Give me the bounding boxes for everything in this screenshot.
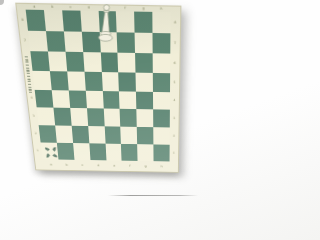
square-h3[interactable] [153,110,170,128]
square-d2[interactable] [88,126,105,143]
coordinate-label: g [134,7,152,11]
square-g6[interactable] [135,53,153,73]
coordinate-label: d [90,164,106,167]
square-h1[interactable] [154,145,170,162]
coordinate-label: e [106,164,122,167]
coordinate-label: c [62,6,80,10]
square-b2[interactable] [55,126,73,143]
coordinate-label: f [122,165,138,168]
square-f4[interactable] [119,91,136,110]
square-c4[interactable] [68,90,86,109]
coordinate-label: 1 [170,145,179,162]
photo-corner-artifact [0,0,4,5]
square-b6[interactable] [48,51,67,71]
square-d5[interactable] [84,71,102,90]
square-a8[interactable] [26,10,46,31]
surface-shadow-line [108,195,198,196]
coordinate-label: 3 [170,110,179,128]
coordinate-label: a [25,5,44,9]
coordinate-label: g [138,165,154,168]
square-d3[interactable] [87,109,105,127]
square-b4[interactable] [52,90,70,109]
square-b1[interactable] [57,143,75,160]
square-b7[interactable] [46,31,65,52]
coordinate-label: f [116,7,134,11]
square-e3[interactable] [103,109,120,127]
square-h6[interactable] [153,53,170,73]
square-e2[interactable] [104,127,121,144]
square-b8[interactable] [44,10,64,31]
square-c2[interactable] [71,126,89,143]
square-h5[interactable] [153,73,170,92]
coordinate-label: a [43,163,59,166]
square-h2[interactable] [153,127,169,144]
square-a5[interactable] [32,70,51,89]
rank-labels-right: 87654321 [170,12,181,161]
square-g4[interactable] [136,91,153,110]
file-labels-bottom: abcdefgh [43,161,170,172]
coordinate-label: 2 [170,128,179,145]
coordinate-label: b [43,5,61,9]
square-c6[interactable] [65,51,84,71]
square-c3[interactable] [70,108,88,126]
square-c7[interactable] [64,31,83,52]
white-pawn[interactable] [95,3,116,44]
square-c8[interactable] [62,10,82,31]
coordinate-label: 7 [170,33,180,53]
square-f2[interactable] [121,127,138,144]
square-f5[interactable] [119,72,137,91]
coordinate-label: 6 [170,53,179,73]
square-g3[interactable] [137,109,154,127]
square-c5[interactable] [67,71,85,90]
square-a3[interactable] [37,108,55,126]
square-h7[interactable] [153,33,171,54]
square-f8[interactable] [116,11,135,32]
coordinate-label: d [80,6,98,10]
coordinate-label: 5 [170,73,179,92]
square-d1[interactable] [89,143,106,160]
white-pawn-icon [95,3,116,44]
square-g1[interactable] [137,144,153,161]
square-a2[interactable] [39,125,57,142]
square-e1[interactable] [105,144,122,161]
square-d4[interactable] [85,90,103,109]
square-e4[interactable] [102,91,120,110]
coordinate-label: h [154,165,170,168]
coordinate-label: 8 [170,12,180,33]
square-g2[interactable] [137,127,154,144]
square-a4[interactable] [35,89,54,108]
square-f7[interactable] [117,32,135,53]
square-a7[interactable] [28,31,48,52]
square-g7[interactable] [135,33,153,54]
square-b3[interactable] [53,108,71,126]
square-b5[interactable] [50,71,69,90]
coordinate-label: c [75,164,91,167]
photo-background: abcdefgh abcdefgh 87654321 87654321 ♞♞♞♞ [0,0,200,200]
coordinate-label: h [152,7,170,11]
square-h8[interactable] [152,12,170,33]
coordinate-label: 4 [170,92,179,110]
square-e6[interactable] [100,52,118,72]
square-f3[interactable] [120,109,137,127]
square-f6[interactable] [118,52,136,72]
brand-knight-emblem-icon: ♞♞♞♞ [44,146,59,159]
square-g8[interactable] [134,12,152,33]
square-g5[interactable] [136,72,153,91]
square-a6[interactable] [30,51,49,71]
square-e5[interactable] [101,72,119,91]
square-f1[interactable] [121,144,138,161]
square-d6[interactable] [83,52,102,72]
coordinate-label: b [59,164,75,167]
square-c1[interactable] [73,143,90,160]
square-h4[interactable] [153,91,170,110]
